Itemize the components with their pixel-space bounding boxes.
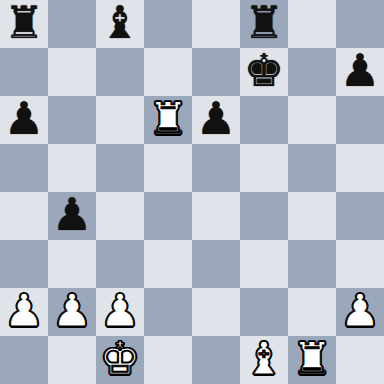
square-a5[interactable] <box>0 144 48 192</box>
square-d8[interactable] <box>144 0 192 48</box>
square-h2[interactable]: ♟ <box>336 288 384 336</box>
square-b7[interactable] <box>48 48 96 96</box>
square-g4[interactable] <box>288 192 336 240</box>
square-a2[interactable]: ♟ <box>0 288 48 336</box>
piece-black-pawn-h7[interactable]: ♟ <box>340 48 380 95</box>
piece-black-pawn-b4[interactable]: ♟ <box>52 192 92 239</box>
square-d2[interactable] <box>144 288 192 336</box>
square-h3[interactable] <box>336 240 384 288</box>
square-g5[interactable] <box>288 144 336 192</box>
square-f8[interactable]: ♜ <box>240 0 288 48</box>
square-d5[interactable] <box>144 144 192 192</box>
square-d1[interactable] <box>144 336 192 384</box>
square-g8[interactable] <box>288 0 336 48</box>
square-a1[interactable] <box>0 336 48 384</box>
piece-white-pawn-b2[interactable]: ♟ <box>52 288 92 335</box>
piece-black-king-f7[interactable]: ♚ <box>244 48 284 95</box>
square-e6[interactable]: ♟ <box>192 96 240 144</box>
square-e8[interactable] <box>192 0 240 48</box>
piece-black-bishop-c8[interactable]: ♝ <box>100 0 140 47</box>
square-e5[interactable] <box>192 144 240 192</box>
piece-black-pawn-a6[interactable]: ♟ <box>4 96 44 143</box>
square-g1[interactable]: ♜ <box>288 336 336 384</box>
square-c8[interactable]: ♝ <box>96 0 144 48</box>
square-d3[interactable] <box>144 240 192 288</box>
square-a8[interactable]: ♜ <box>0 0 48 48</box>
square-a7[interactable] <box>0 48 48 96</box>
square-c2[interactable]: ♟ <box>96 288 144 336</box>
square-b6[interactable] <box>48 96 96 144</box>
square-d7[interactable] <box>144 48 192 96</box>
piece-white-rook-d6[interactable]: ♜ <box>148 96 188 143</box>
square-b1[interactable] <box>48 336 96 384</box>
square-e7[interactable] <box>192 48 240 96</box>
piece-white-bishop-f1[interactable]: ♝ <box>244 336 284 383</box>
square-d4[interactable] <box>144 192 192 240</box>
square-e4[interactable] <box>192 192 240 240</box>
square-e2[interactable] <box>192 288 240 336</box>
square-g7[interactable] <box>288 48 336 96</box>
square-f4[interactable] <box>240 192 288 240</box>
square-d6[interactable]: ♜ <box>144 96 192 144</box>
square-f3[interactable] <box>240 240 288 288</box>
square-h8[interactable] <box>336 0 384 48</box>
square-e1[interactable] <box>192 336 240 384</box>
square-g2[interactable] <box>288 288 336 336</box>
square-c7[interactable] <box>96 48 144 96</box>
square-h6[interactable] <box>336 96 384 144</box>
piece-white-pawn-h2[interactable]: ♟ <box>340 288 380 335</box>
piece-black-pawn-e6[interactable]: ♟ <box>196 96 236 143</box>
piece-white-rook-g1[interactable]: ♜ <box>292 336 332 383</box>
square-c6[interactable] <box>96 96 144 144</box>
square-f5[interactable] <box>240 144 288 192</box>
square-e3[interactable] <box>192 240 240 288</box>
square-b4[interactable]: ♟ <box>48 192 96 240</box>
square-h1[interactable] <box>336 336 384 384</box>
square-g6[interactable] <box>288 96 336 144</box>
square-b8[interactable] <box>48 0 96 48</box>
square-c1[interactable]: ♚ <box>96 336 144 384</box>
chess-board: ♜♝♜♚♟♟♜♟♟♟♟♟♟♚♝♜ <box>0 0 384 384</box>
piece-white-king-c1[interactable]: ♚ <box>100 336 140 383</box>
square-a4[interactable] <box>0 192 48 240</box>
piece-white-pawn-a2[interactable]: ♟ <box>4 288 44 335</box>
square-c3[interactable] <box>96 240 144 288</box>
square-h4[interactable] <box>336 192 384 240</box>
square-g3[interactable] <box>288 240 336 288</box>
square-b3[interactable] <box>48 240 96 288</box>
square-a6[interactable]: ♟ <box>0 96 48 144</box>
piece-black-rook-a8[interactable]: ♜ <box>4 0 44 47</box>
piece-white-pawn-c2[interactable]: ♟ <box>100 288 140 335</box>
square-h5[interactable] <box>336 144 384 192</box>
piece-black-rook-f8[interactable]: ♜ <box>244 0 284 47</box>
square-f2[interactable] <box>240 288 288 336</box>
square-c5[interactable] <box>96 144 144 192</box>
square-f7[interactable]: ♚ <box>240 48 288 96</box>
square-h7[interactable]: ♟ <box>336 48 384 96</box>
square-a3[interactable] <box>0 240 48 288</box>
square-c4[interactable] <box>96 192 144 240</box>
square-f1[interactable]: ♝ <box>240 336 288 384</box>
square-f6[interactable] <box>240 96 288 144</box>
square-b5[interactable] <box>48 144 96 192</box>
square-b2[interactable]: ♟ <box>48 288 96 336</box>
